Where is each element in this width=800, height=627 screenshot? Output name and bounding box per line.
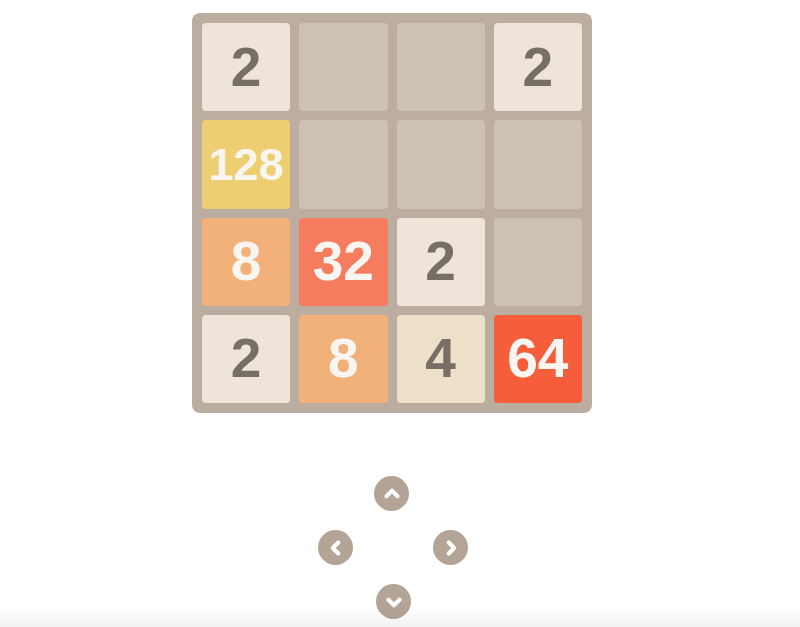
cell-r3c4 [494, 218, 582, 306]
move-up-button[interactable] [374, 476, 409, 511]
cell-r3c1: 8 [202, 218, 290, 306]
move-left-button[interactable] [318, 530, 353, 565]
cell-r4c3: 4 [397, 315, 485, 403]
chevron-right-icon [440, 537, 462, 559]
cell-r2c3 [397, 120, 485, 208]
cell-r1c3 [397, 23, 485, 111]
game-board: 2 2 128 8 32 2 2 8 4 64 [192, 13, 592, 413]
cell-r1c4: 2 [494, 23, 582, 111]
cell-r4c2: 8 [299, 315, 387, 403]
chevron-down-icon [383, 591, 405, 613]
move-down-button[interactable] [376, 584, 411, 619]
cell-r3c3: 2 [397, 218, 485, 306]
cell-r4c1: 2 [202, 315, 290, 403]
cell-r3c2: 32 [299, 218, 387, 306]
cell-r4c4: 64 [494, 315, 582, 403]
game-page: 2 2 128 8 32 2 2 8 4 64 [0, 0, 800, 627]
chevron-up-icon [381, 483, 403, 505]
cell-r2c1: 128 [202, 120, 290, 208]
cell-r1c1: 2 [202, 23, 290, 111]
cell-r2c4 [494, 120, 582, 208]
cell-r2c2 [299, 120, 387, 208]
chevron-left-icon [325, 537, 347, 559]
move-right-button[interactable] [433, 530, 468, 565]
cell-r1c2 [299, 23, 387, 111]
